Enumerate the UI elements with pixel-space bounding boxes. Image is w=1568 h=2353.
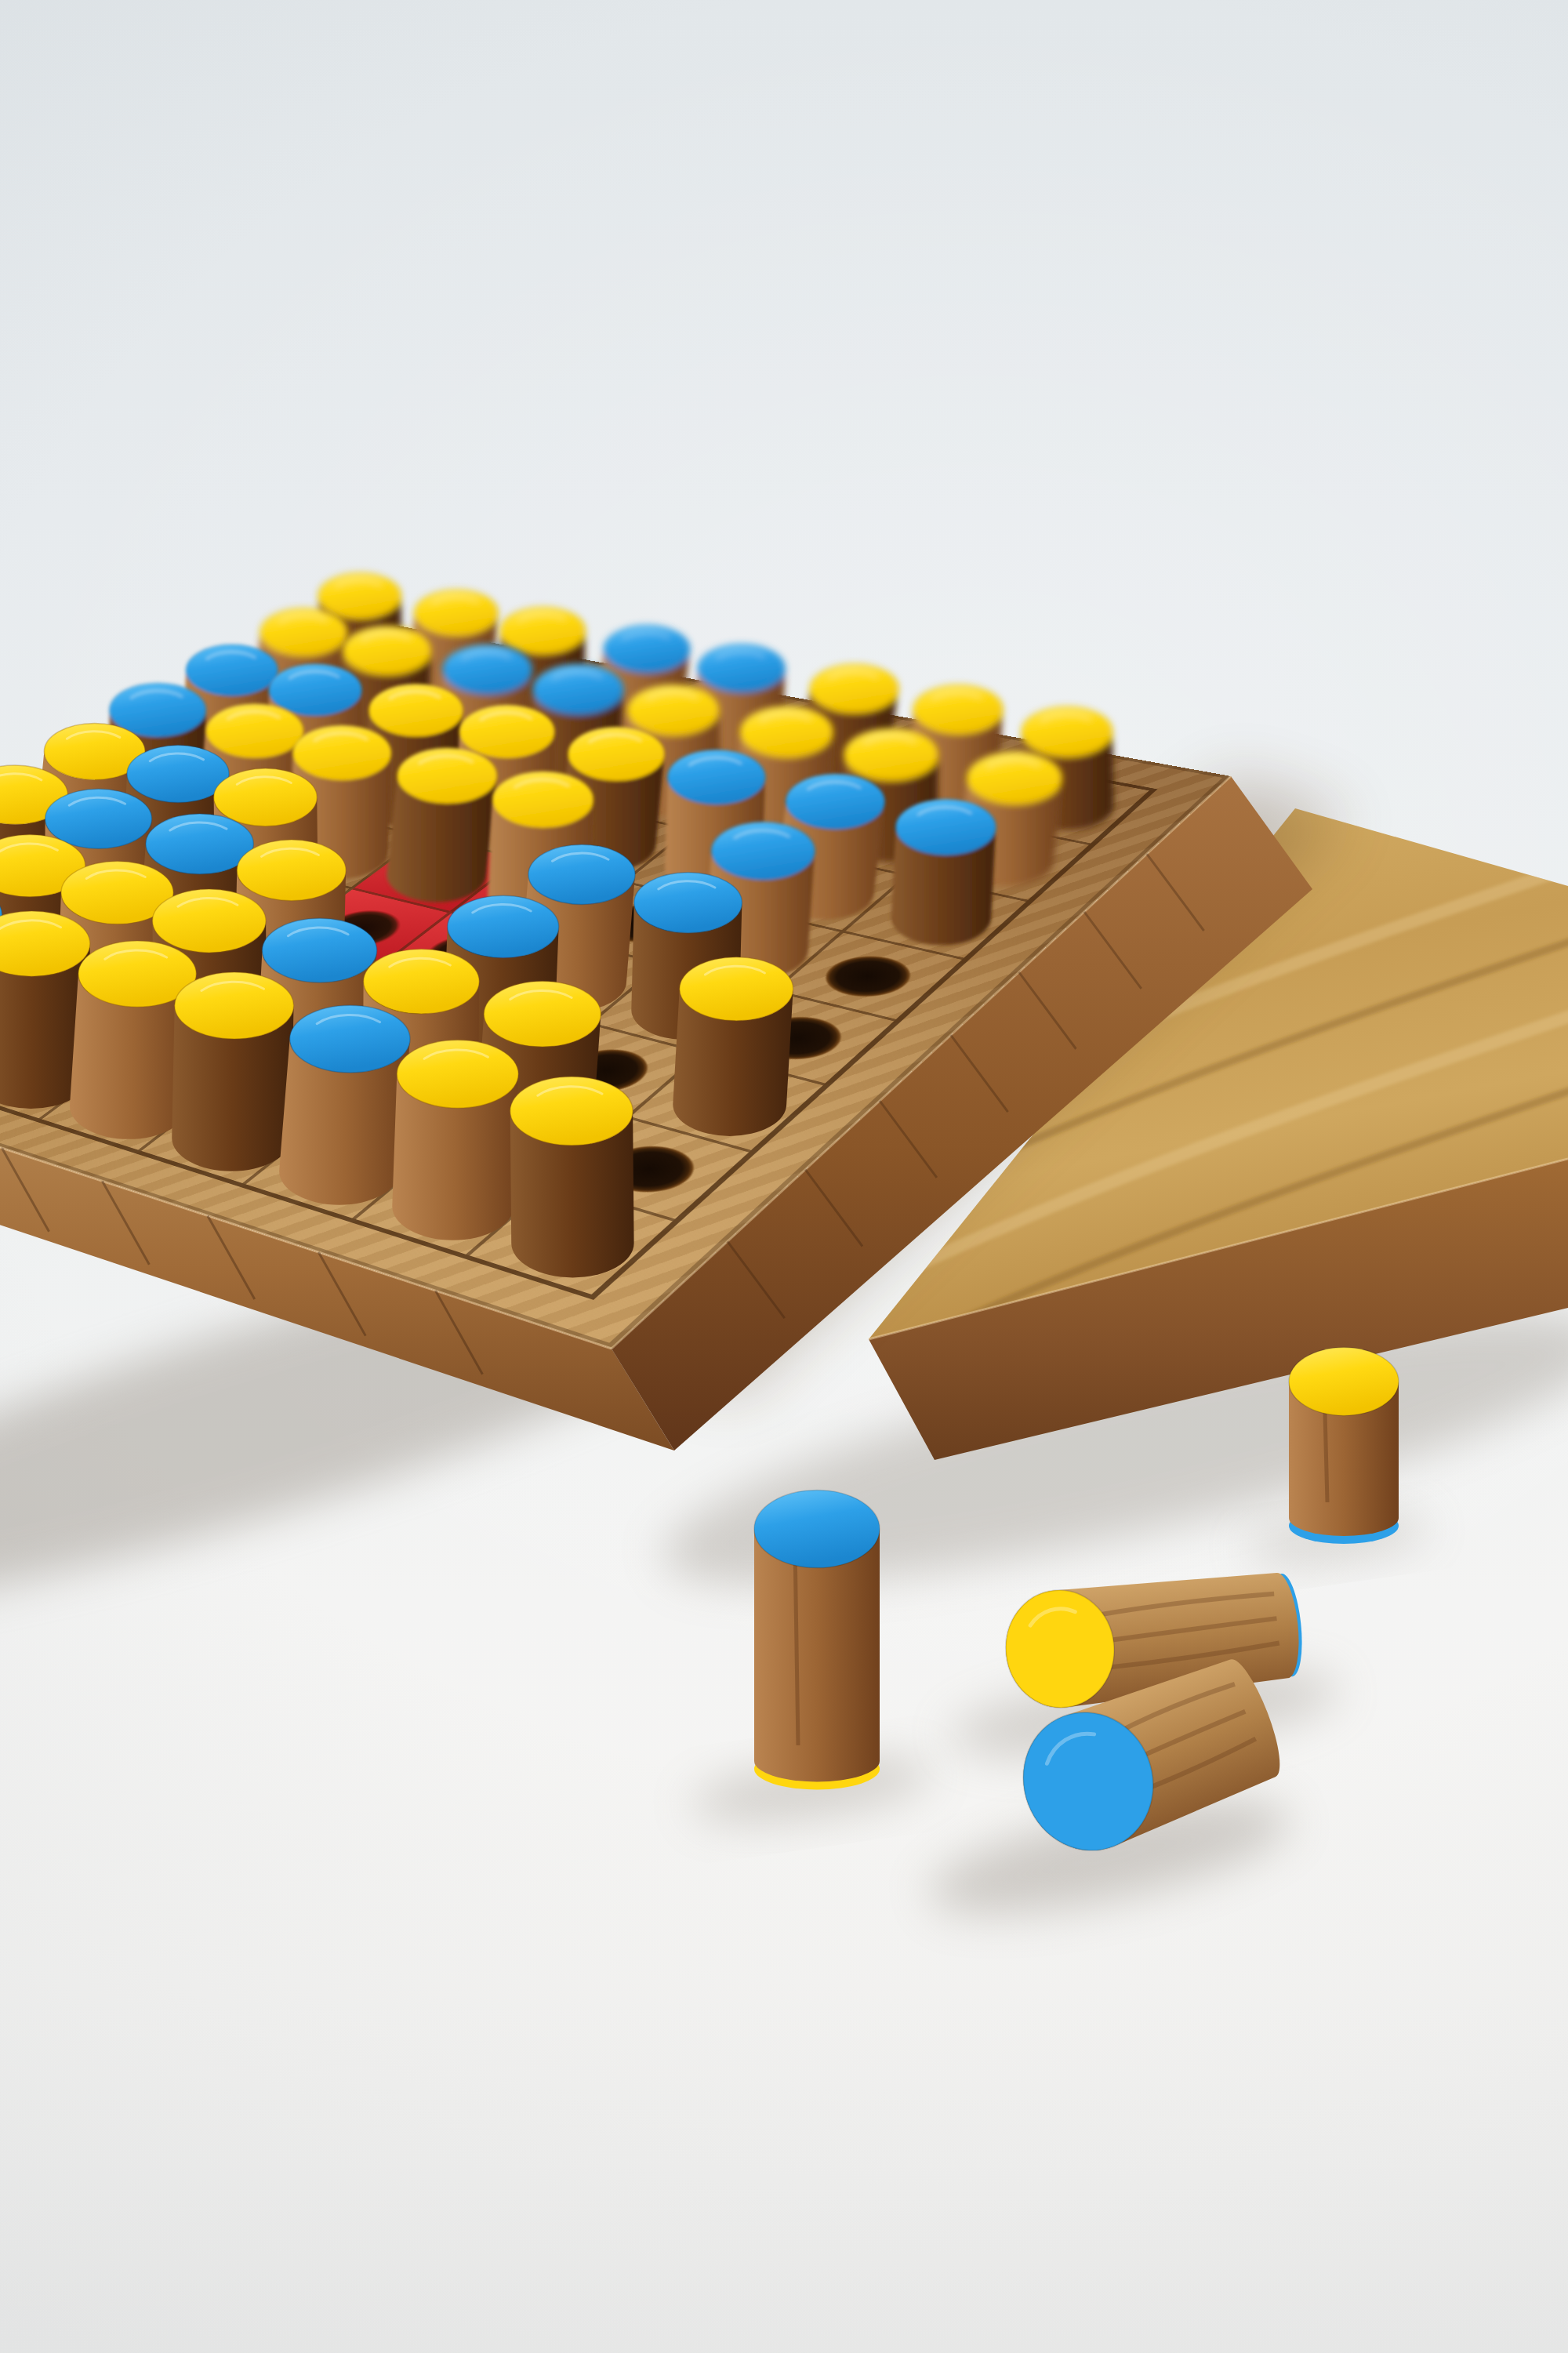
- table-shadow-4: [946, 1652, 1344, 1774]
- table-shadow-3: [1243, 1505, 1432, 1571]
- photo-stage: [0, 0, 1568, 2353]
- table-shadow-5: [920, 1777, 1298, 1936]
- table-shadow-2: [688, 1746, 935, 1832]
